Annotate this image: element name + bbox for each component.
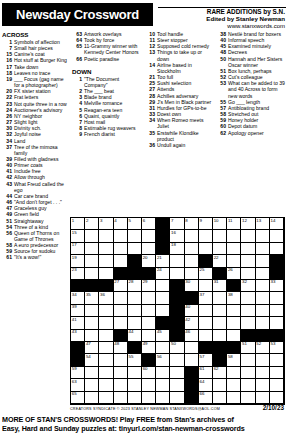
grid-cell[interactable]: 33 [270,280,284,292]
black-square [114,330,128,342]
grid-cell[interactable] [128,292,142,304]
cell-number: 11 [228,218,233,223]
clue-number: 65 [72,43,84,55]
cell-number: 62 [214,366,219,371]
grid-cell[interactable]: 43 [71,330,85,342]
black-square [156,243,170,255]
grid-cell[interactable] [128,230,142,242]
grid-cell[interactable] [99,230,113,242]
grid-cell[interactable] [170,268,184,280]
cell-number: 1 [72,218,74,223]
cell-number: 19 [72,255,77,260]
grid-cell[interactable] [241,392,255,404]
across-header: ACROSS [2,31,68,38]
black-square [156,218,170,230]
grid-cell[interactable] [128,367,142,379]
grid-cell[interactable] [156,392,170,404]
cell-number: 37 [199,292,204,297]
black-square [85,280,99,292]
grid-cell[interactable] [85,255,99,267]
black-square [128,255,142,267]
clue: 19___ Focus (gag name for a photographer… [2,76,68,88]
grid-cell[interactable] [213,230,227,242]
grid-cell[interactable]: 45 [156,330,170,342]
grid-cell[interactable] [142,379,156,391]
cell-number: 21 [157,255,162,260]
clue-column-2: 63Artwork overlays64Took by force6511-Gr… [72,31,144,137]
grid-cell[interactable] [199,230,213,242]
clue-text: Airline based in Stockholm [157,62,214,74]
grid-cell[interactable] [85,268,99,280]
clue-number: 35 [145,130,157,142]
grid-cell[interactable] [99,330,113,342]
grid-cell[interactable] [256,268,270,280]
grid-cell[interactable]: 22 [213,255,227,267]
down-clues-col2: 1"The Document Company"2The ___ beat3Bla… [72,76,144,138]
grid-cell[interactable]: 10 [213,218,227,230]
black-square [71,342,85,354]
clue: 13Things to take up or down [145,49,214,61]
cell-number: 49 [143,341,148,346]
grid-cell[interactable] [99,354,113,366]
grid-cell[interactable]: 15 [71,230,85,242]
grid-cell[interactable] [227,379,241,391]
grid-cell[interactable] [227,305,241,317]
grid-cell[interactable] [114,354,128,366]
grid-cell[interactable] [170,379,184,391]
grid-cell[interactable] [213,305,227,317]
clue: 50Hannah and Her Sisters Oscar winner [216,56,286,68]
grid-cell[interactable] [142,392,156,404]
grid-cell[interactable]: 51 [241,342,255,354]
grid-cell[interactable] [142,292,156,304]
grid-cell[interactable] [241,268,255,280]
grid-cell[interactable]: 50 [170,342,184,354]
grid-cell[interactable] [114,305,128,317]
grid-cell[interactable]: 46 [185,330,199,342]
cell-number: 41 [72,317,77,322]
grid-cell[interactable] [85,392,99,404]
cell-number: 65 [72,391,77,396]
clue: 56Queen of Thorns on Game of Thrones [2,230,68,242]
grid-cell[interactable]: 34 [71,292,85,304]
grid-cell[interactable]: 60 [142,367,156,379]
black-square [99,280,113,292]
clue: 14Airline based in Stockholm [145,62,214,74]
cell-number: 26 [228,267,233,272]
grid-cell[interactable] [270,230,284,242]
grid-cell[interactable]: 39 [71,305,85,317]
grid-cell[interactable] [170,392,184,404]
cell-number: 47 [86,341,91,346]
clue-number: 37 [2,144,14,156]
grid-cell[interactable] [199,305,213,317]
cell-number: 38 [228,292,233,297]
grid-cell[interactable]: 44 [128,330,142,342]
grid-cell[interactable]: 2 [85,218,99,230]
grid-cell[interactable]: 61 [199,367,213,379]
grid-cell[interactable]: 41 [71,317,85,329]
grid-cell[interactable] [142,305,156,317]
grid-cell[interactable]: 52 [256,342,270,354]
grid-cell[interactable]: 4 [114,218,128,230]
cell-number: 46 [185,329,190,334]
cell-number: 29 [143,279,148,284]
grid-cell[interactable] [156,280,170,292]
grid-cell[interactable]: 24 [156,268,170,280]
clue-text: Erstwhile Klondike product [157,130,214,142]
black-square [227,342,241,354]
clue-number: 19 [2,76,14,88]
grid-cell[interactable]: 64 [199,379,213,391]
grid-cell[interactable] [241,317,255,329]
grid-cell[interactable] [270,317,284,329]
grid-cell[interactable] [227,243,241,255]
clue-number: 66 [72,56,84,62]
cell-number: 2 [86,218,88,223]
clue-text: When Romeo meets Juliet [157,117,214,129]
grid-cell[interactable]: 31 [213,280,227,292]
grid-cell[interactable] [85,330,99,342]
grid-cell[interactable] [99,342,113,354]
grid-cell[interactable] [185,255,199,267]
grid-cell[interactable] [114,230,128,242]
grid-cell[interactable] [156,305,170,317]
grid-cell[interactable] [85,305,99,317]
cell-number: 58 [228,354,233,359]
black-square [185,379,199,391]
grid-cell[interactable]: 49 [142,342,156,354]
grid-cell[interactable]: 59 [71,367,85,379]
grid-cell[interactable] [114,392,128,404]
grid-cell[interactable] [241,292,255,304]
clue: 35Erstwhile Klondike product [145,130,214,142]
grid-cell[interactable] [270,305,284,317]
grid-cell[interactable] [213,392,227,404]
cell-number: 3 [100,218,102,223]
grid-cell[interactable] [199,317,213,329]
black-square [199,342,213,354]
clue-text: Hannah and Her Sisters Oscar winner [228,56,286,68]
cell-number: 39 [72,304,77,309]
clue-text: "The Document Company" [84,76,144,88]
grid-cell[interactable] [85,379,99,391]
cell-number: 23 [72,267,77,272]
grid-cell[interactable]: 40 [185,305,199,317]
grid-cell[interactable] [114,243,128,255]
clue-text: "It's a wow!" [14,254,68,260]
cell-number: 4 [114,218,116,223]
grid-cell[interactable] [99,379,113,391]
cell-number: 54 [86,354,91,359]
grid-cell[interactable] [185,342,199,354]
grid-cell[interactable] [227,255,241,267]
grid-cell[interactable]: 7 [170,218,184,230]
grid-cell[interactable] [99,305,113,317]
black-square [213,354,227,366]
grid-cell[interactable] [99,367,113,379]
clue: 61"It's a wow!" [2,254,68,260]
grid-cell[interactable] [256,367,270,379]
grid-cell[interactable] [185,243,199,255]
grid-cell[interactable] [85,317,99,329]
down-header: DOWN [72,68,144,75]
grid-cell[interactable] [114,367,128,379]
grid-cell[interactable] [270,379,284,391]
cell-number: 24 [157,267,162,272]
grid-cell[interactable]: 20 [142,255,156,267]
grid-cell[interactable] [199,330,213,342]
grid-cell[interactable] [85,230,99,242]
grid-cell[interactable]: 37 [199,292,213,304]
cell-number: 14 [270,218,275,223]
grid-cell[interactable] [99,317,113,329]
black-square [156,230,170,242]
down-clues-col4: 38Nestlé brand for boxers40Informal spee… [216,31,286,136]
cell-number: 33 [270,279,275,284]
grid-cell[interactable]: 57 [199,354,213,366]
grid-cell[interactable] [185,230,199,242]
black-square [170,292,184,304]
cell-number: 25 [199,267,204,272]
grid-cell[interactable] [241,255,255,267]
grid-cell[interactable]: 55 [128,354,142,366]
grid-cell[interactable] [156,292,170,304]
grid-cell[interactable]: 19 [71,255,85,267]
cell-number: 27 [114,279,119,284]
black-square [185,392,199,404]
grid-cell[interactable]: 30 [185,280,199,292]
grid-cell[interactable] [114,317,128,329]
clue-number: 36 [145,142,157,148]
grid-cell[interactable] [185,354,199,366]
black-square [170,330,184,342]
grid-cell[interactable] [99,243,113,255]
grid-cell[interactable]: 35 [85,292,99,304]
grid-cell[interactable]: 42 [185,317,199,329]
clue: 62Apology opener [216,130,286,136]
clue-column-4: 38Nestlé brand for boxers40Informal spee… [216,31,286,136]
cell-number: 10 [214,218,219,223]
clue-text: ___ Focus (gag name for a photographer) [14,76,68,88]
cell-number: 63 [72,379,77,384]
grid-cell[interactable] [256,292,270,304]
grid-cell[interactable] [256,280,270,292]
grid-cell[interactable] [241,354,255,366]
cell-number: 57 [199,354,204,359]
grid-cell[interactable] [99,255,113,267]
puzzle-byline-block: RARE ADDITIONS by S.N. Edited by Stanley… [206,9,285,29]
grid-cell[interactable]: 58 [227,354,241,366]
black-square [170,280,184,292]
grid-cell[interactable] [256,379,270,391]
black-square [270,268,284,280]
cell-number: 64 [199,379,204,384]
grid-cell[interactable]: 62 [213,367,227,379]
grid-cell[interactable]: 1 [71,218,85,230]
clue-number: 56 [2,230,14,242]
cell-number: 48 [114,341,119,346]
grid-cell[interactable] [241,230,255,242]
black-square [114,268,128,280]
cell-number: 44 [128,329,133,334]
grid-cell[interactable]: 38 [227,292,241,304]
clue-text: Undull again [157,142,214,148]
grid-cell[interactable]: 32 [241,280,255,292]
grid-cell[interactable]: 27 [114,280,128,292]
clue: 9French diarist [72,131,144,137]
grid-cell[interactable] [256,392,270,404]
grid-cell[interactable] [241,379,255,391]
grid-cell[interactable] [256,305,270,317]
grid-cell[interactable] [227,317,241,329]
cell-number: 22 [214,255,219,260]
grid-cell[interactable] [170,354,184,366]
grid-cell[interactable]: 5 [128,218,142,230]
grid-cell[interactable]: 12 [241,218,255,230]
grid-cell[interactable]: 54 [85,354,99,366]
grid-cell[interactable]: 65 [71,392,85,404]
grid-cell[interactable] [99,268,113,280]
clue: 66Poetic paradise [72,56,144,62]
clue: 34When Romeo meets Juliet [145,117,214,129]
clue-column-3: 10Tool handle11Steer stopper12Supposed c… [145,31,214,148]
black-square [270,255,284,267]
clue: 36Undull again [145,142,214,148]
grid-cell[interactable]: 56 [156,354,170,366]
grid-cell[interactable] [227,230,241,242]
page-title: Newsday Crossword [2,3,153,26]
grid-cell[interactable] [156,379,170,391]
grid-cell[interactable]: 11 [227,218,241,230]
grid-cell[interactable] [199,243,213,255]
grid-cell[interactable] [227,367,241,379]
grid-cell[interactable] [270,392,284,404]
grid-cell[interactable] [142,330,156,342]
grid-cell[interactable] [213,379,227,391]
grid-cell[interactable] [128,379,142,391]
grid-cell[interactable]: 28 [128,280,142,292]
puzzle-website: www.stanxwords.com [206,23,285,30]
grid-cell[interactable] [170,367,184,379]
grid-cell[interactable]: 9 [199,218,213,230]
black-square [199,255,213,267]
clue: 6511-Grammy winner with Kennedy Center H… [72,43,144,55]
grid-cell[interactable]: 29 [142,280,156,292]
black-square [156,317,170,329]
grid-cell[interactable] [199,280,213,292]
grid-cell[interactable]: 36 [99,292,113,304]
crossword-grid[interactable]: 1234567891011121314151617181920212223242… [70,217,285,405]
grid-cell[interactable]: 8 [185,218,199,230]
across-clues-col2: 63Artwork overlays64Took by force6511-Gr… [72,31,144,62]
grid-cell[interactable] [128,243,142,255]
grid-cell[interactable] [85,243,99,255]
grid-cell[interactable] [114,255,128,267]
grid-cell[interactable]: 63 [71,379,85,391]
promo-block: MORE OF STAN'S CROSSWORDS! Play FREE fro… [2,415,286,434]
clue-text: Poetic paradise [84,56,144,62]
grid-cell[interactable] [270,243,284,255]
grid-cell[interactable] [142,243,156,255]
grid-cell[interactable]: 53 [270,342,284,354]
grid-cell[interactable]: 18 [170,243,184,255]
clue-number: 9 [72,131,84,137]
grid-cell[interactable] [256,317,270,329]
black-square [241,330,255,342]
grid-cell[interactable]: 25 [199,268,213,280]
grid-cell[interactable]: 66 [199,392,213,404]
cell-number: 28 [128,279,133,284]
grid-cell[interactable] [99,392,113,404]
grid-cell[interactable] [114,379,128,391]
grid-cell[interactable] [227,330,241,342]
cell-number: 30 [185,279,190,284]
grid-cell[interactable]: 3 [99,218,113,230]
grid-cell[interactable] [241,305,255,317]
grid-cell[interactable]: 23 [71,268,85,280]
clue-number: 53 [216,80,228,98]
grid-cell[interactable]: 6 [142,218,156,230]
grid-cell[interactable] [256,354,270,366]
grid-cell[interactable]: 21 [156,255,170,267]
black-square [270,330,284,342]
grid-cell[interactable] [213,292,227,304]
cell-number: 34 [72,292,77,297]
grid-cell[interactable] [170,255,184,267]
grid-cell[interactable] [256,243,270,255]
grid-cell[interactable] [270,367,284,379]
grid-cell[interactable] [185,268,199,280]
black-square [185,367,199,379]
grid-cell[interactable] [156,342,170,354]
grid-cell[interactable] [213,330,227,342]
grid-cell[interactable] [114,292,128,304]
grid-cell[interactable]: 16 [170,230,184,242]
grid-cell[interactable] [241,367,255,379]
grid-cell[interactable]: 48 [114,342,128,354]
cell-number: 9 [199,218,201,223]
grid-cell[interactable] [128,392,142,404]
grid-cell[interactable] [227,392,241,404]
grid-cell[interactable] [256,255,270,267]
grid-cell[interactable]: 17 [71,243,85,255]
grid-cell[interactable] [270,354,284,366]
grid-cell[interactable]: 26 [227,268,241,280]
grid-cell[interactable] [270,292,284,304]
clue-text: Queen of Thorns on Game of Thrones [14,230,68,242]
grid-cell[interactable] [213,243,227,255]
promo-line-1: MORE OF STAN'S CROSSWORDS! Play FREE fro… [2,415,286,424]
grid-cell[interactable] [142,230,156,242]
black-square [128,268,142,280]
cell-number: 60 [143,366,148,371]
grid-cell[interactable] [256,230,270,242]
black-square [170,317,184,329]
cell-number: 66 [199,391,204,396]
grid-cell[interactable] [156,367,170,379]
clue-text: Things to take up or down [157,49,214,61]
grid-cell[interactable] [85,367,99,379]
grid-cell[interactable] [128,305,142,317]
grid-cell[interactable] [142,317,156,329]
grid-cell[interactable]: 13 [256,218,270,230]
grid-cell[interactable] [241,243,255,255]
grid-cell[interactable]: 14 [270,218,284,230]
grid-cell[interactable] [213,317,227,329]
grid-cell[interactable] [128,317,142,329]
grid-cell[interactable]: 47 [85,342,99,354]
